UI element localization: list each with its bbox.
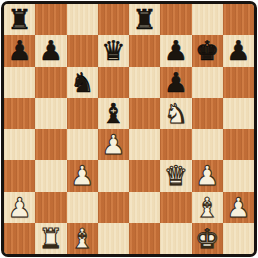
square-g4[interactable] [192, 129, 223, 160]
square-b4[interactable] [35, 129, 66, 160]
piece-white-bishop: ♝ [192, 192, 223, 223]
square-b3[interactable] [35, 160, 66, 191]
piece-black-queen: ♛ [98, 35, 129, 66]
square-c6[interactable]: ♞ [67, 67, 98, 98]
piece-white-pawn: ♟ [67, 160, 98, 191]
square-a8[interactable]: ♜ [4, 4, 35, 35]
square-b1[interactable]: ♜ [35, 223, 66, 254]
square-h6[interactable] [223, 67, 254, 98]
square-g6[interactable] [192, 67, 223, 98]
square-f5[interactable]: ♞ [160, 98, 191, 129]
piece-black-pawn: ♟ [35, 35, 66, 66]
piece-white-rook: ♜ [35, 223, 66, 254]
square-e5[interactable] [129, 98, 160, 129]
square-f8[interactable] [160, 4, 191, 35]
square-h7[interactable]: ♟ [223, 35, 254, 66]
square-e4[interactable] [129, 129, 160, 160]
square-f2[interactable] [160, 192, 191, 223]
piece-white-bishop: ♝ [67, 223, 98, 254]
square-f4[interactable] [160, 129, 191, 160]
chess-board-frame: ♜♜♟♟♛♟♚♟♞♟♝♞♟♟♛♟♟♝♟♜♝♚ [1, 1, 257, 257]
square-f7[interactable]: ♟ [160, 35, 191, 66]
square-d4[interactable]: ♟ [98, 129, 129, 160]
square-d8[interactable] [98, 4, 129, 35]
square-h5[interactable] [223, 98, 254, 129]
square-g3[interactable]: ♟ [192, 160, 223, 191]
square-d3[interactable] [98, 160, 129, 191]
square-c3[interactable]: ♟ [67, 160, 98, 191]
square-g8[interactable] [192, 4, 223, 35]
square-g1[interactable]: ♚ [192, 223, 223, 254]
square-h4[interactable] [223, 129, 254, 160]
square-a3[interactable] [4, 160, 35, 191]
square-b5[interactable] [35, 98, 66, 129]
square-d7[interactable]: ♛ [98, 35, 129, 66]
square-c1[interactable]: ♝ [67, 223, 98, 254]
square-e2[interactable] [129, 192, 160, 223]
piece-white-queen: ♛ [160, 160, 191, 191]
square-c2[interactable] [67, 192, 98, 223]
piece-black-pawn: ♟ [160, 67, 191, 98]
square-g2[interactable]: ♝ [192, 192, 223, 223]
square-a5[interactable] [4, 98, 35, 129]
square-e1[interactable] [129, 223, 160, 254]
square-d1[interactable] [98, 223, 129, 254]
chess-board: ♜♜♟♟♛♟♚♟♞♟♝♞♟♟♛♟♟♝♟♜♝♚ [4, 4, 254, 254]
square-b8[interactable] [35, 4, 66, 35]
square-f3[interactable]: ♛ [160, 160, 191, 191]
square-e6[interactable] [129, 67, 160, 98]
piece-black-pawn: ♟ [223, 35, 254, 66]
square-f6[interactable]: ♟ [160, 67, 191, 98]
square-a6[interactable] [4, 67, 35, 98]
square-f1[interactable] [160, 223, 191, 254]
piece-black-bishop: ♝ [98, 98, 129, 129]
square-a1[interactable] [4, 223, 35, 254]
square-h1[interactable] [223, 223, 254, 254]
square-d2[interactable] [98, 192, 129, 223]
square-a4[interactable] [4, 129, 35, 160]
piece-white-pawn: ♟ [4, 192, 35, 223]
square-h2[interactable]: ♟ [223, 192, 254, 223]
piece-black-pawn: ♟ [160, 35, 191, 66]
piece-black-knight: ♞ [67, 67, 98, 98]
piece-white-king: ♚ [192, 223, 223, 254]
piece-black-rook: ♜ [4, 4, 35, 35]
square-h3[interactable] [223, 160, 254, 191]
square-c7[interactable] [67, 35, 98, 66]
square-c8[interactable] [67, 4, 98, 35]
square-c5[interactable] [67, 98, 98, 129]
square-e3[interactable] [129, 160, 160, 191]
square-a7[interactable]: ♟ [4, 35, 35, 66]
piece-white-knight: ♞ [160, 98, 191, 129]
square-h8[interactable] [223, 4, 254, 35]
piece-black-king: ♚ [192, 35, 223, 66]
square-c4[interactable] [67, 129, 98, 160]
piece-white-pawn: ♟ [192, 160, 223, 191]
square-a2[interactable]: ♟ [4, 192, 35, 223]
piece-white-pawn: ♟ [98, 129, 129, 160]
square-d6[interactable] [98, 67, 129, 98]
square-b7[interactable]: ♟ [35, 35, 66, 66]
piece-black-pawn: ♟ [4, 35, 35, 66]
square-b2[interactable] [35, 192, 66, 223]
piece-white-pawn: ♟ [223, 192, 254, 223]
square-g7[interactable]: ♚ [192, 35, 223, 66]
square-b6[interactable] [35, 67, 66, 98]
piece-black-rook: ♜ [129, 4, 160, 35]
square-e8[interactable]: ♜ [129, 4, 160, 35]
square-g5[interactable] [192, 98, 223, 129]
square-e7[interactable] [129, 35, 160, 66]
square-d5[interactable]: ♝ [98, 98, 129, 129]
